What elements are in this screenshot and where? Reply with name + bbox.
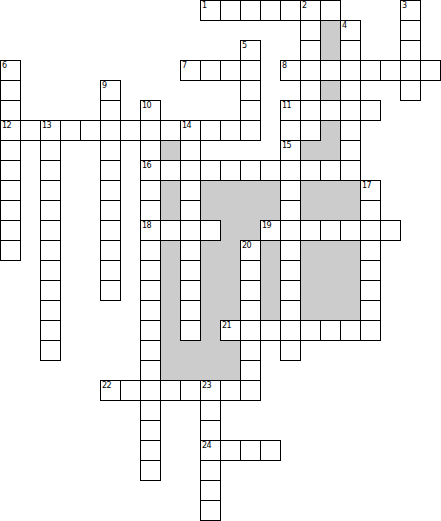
grid-cell[interactable]: 12 [0, 120, 21, 141]
grid-cell[interactable] [340, 220, 361, 241]
grid-cell[interactable]: 21 [220, 320, 241, 341]
shaded-region-cell [260, 280, 281, 301]
shaded-region-cell [320, 20, 341, 41]
grid-cell[interactable] [40, 260, 61, 281]
grid-cell[interactable] [360, 240, 381, 261]
shaded-region-cell [320, 140, 341, 161]
grid-cell[interactable] [140, 380, 161, 401]
grid-cell[interactable] [400, 40, 421, 61]
shaded-region-cell [160, 180, 181, 201]
grid-cell[interactable] [180, 160, 201, 181]
grid-cell[interactable] [180, 280, 201, 301]
grid-cell[interactable] [340, 80, 361, 101]
clue-number: 3 [402, 1, 407, 10]
shaded-region-cell [160, 260, 181, 281]
shaded-region-cell [240, 180, 261, 201]
grid-cell[interactable] [300, 20, 321, 41]
grid-cell[interactable] [360, 300, 381, 321]
grid-cell[interactable] [100, 100, 121, 121]
grid-cell[interactable]: 23 [200, 380, 221, 401]
clue-number: 24 [202, 441, 211, 450]
grid-cell[interactable] [340, 40, 361, 61]
grid-cell[interactable] [240, 300, 261, 321]
grid-cell[interactable] [360, 280, 381, 301]
grid-cell[interactable]: 7 [180, 60, 201, 81]
grid-cell[interactable] [160, 220, 181, 241]
grid-cell[interactable]: 4 [340, 20, 361, 41]
grid-cell[interactable] [200, 480, 221, 501]
grid-cell[interactable] [240, 260, 261, 281]
grid-cell[interactable]: 19 [260, 220, 281, 241]
grid-cell[interactable] [360, 60, 381, 81]
grid-cell[interactable] [300, 120, 321, 141]
grid-cell[interactable] [100, 200, 121, 221]
clue-number: 12 [2, 121, 11, 130]
grid-cell[interactable] [240, 160, 261, 181]
grid-cell[interactable] [40, 240, 61, 261]
grid-cell[interactable]: 9 [100, 80, 121, 101]
grid-cell[interactable] [300, 40, 321, 61]
clue-number: 8 [282, 61, 287, 70]
grid-cell[interactable] [0, 180, 21, 201]
grid-cell[interactable] [420, 60, 441, 81]
shaded-region-cell [320, 200, 341, 221]
clue-number: 14 [182, 121, 191, 130]
shaded-region-cell [160, 200, 181, 221]
grid-cell[interactable] [180, 240, 201, 261]
grid-cell[interactable] [260, 0, 281, 21]
grid-cell[interactable] [360, 100, 381, 121]
grid-cell[interactable] [220, 440, 241, 461]
clue-number: 22 [102, 381, 111, 390]
grid-cell[interactable] [380, 220, 401, 241]
page: 123456789101112131415161718192021222324 [0, 0, 441, 521]
grid-cell[interactable] [200, 400, 221, 421]
grid-cell[interactable] [200, 220, 221, 241]
grid-cell[interactable] [340, 120, 361, 141]
grid-cell[interactable] [240, 120, 261, 141]
shaded-region-cell [200, 360, 221, 381]
grid-cell[interactable] [340, 320, 361, 341]
shaded-region-cell [200, 340, 221, 361]
shaded-region-cell [340, 180, 361, 201]
grid-cell[interactable] [240, 360, 261, 381]
grid-cell[interactable]: 6 [0, 60, 21, 81]
grid-cell[interactable] [220, 380, 241, 401]
clue-number: 10 [142, 101, 151, 110]
grid-cell[interactable] [280, 240, 301, 261]
shaded-region-cell [220, 360, 241, 381]
grid-cell[interactable] [40, 160, 61, 181]
grid-cell[interactable] [160, 160, 181, 181]
clue-number: 16 [142, 161, 151, 170]
grid-cell[interactable] [260, 320, 281, 341]
shaded-region-cell [300, 260, 321, 281]
grid-cell[interactable] [300, 80, 321, 101]
shaded-region-cell [300, 180, 321, 201]
grid-cell[interactable] [340, 100, 361, 121]
shaded-region-cell [160, 340, 181, 361]
grid-cell[interactable] [140, 440, 161, 461]
grid-cell[interactable] [0, 160, 21, 181]
grid-cell[interactable]: 10 [140, 100, 161, 121]
grid-cell[interactable] [140, 460, 161, 481]
grid-cell[interactable] [380, 60, 401, 81]
grid-cell[interactable] [300, 320, 321, 341]
grid-cell[interactable] [0, 80, 21, 101]
grid-cell[interactable] [360, 220, 381, 241]
shaded-region-cell [200, 320, 221, 341]
shaded-region-cell [160, 240, 181, 261]
grid-cell[interactable] [280, 220, 301, 241]
shaded-region-cell [160, 140, 181, 161]
shaded-region-cell [340, 280, 361, 301]
grid-cell[interactable] [60, 120, 81, 141]
grid-cell[interactable] [300, 60, 321, 81]
shaded-region-cell [160, 280, 181, 301]
grid-cell[interactable] [300, 160, 321, 181]
grid-cell[interactable] [100, 260, 121, 281]
grid-cell[interactable] [240, 0, 261, 21]
grid-cell[interactable] [0, 240, 21, 261]
grid-cell[interactable] [280, 280, 301, 301]
clue-number: 11 [282, 101, 291, 110]
shaded-region-cell [200, 180, 221, 201]
shaded-region-cell [200, 280, 221, 301]
grid-cell[interactable] [100, 160, 121, 181]
grid-cell[interactable] [80, 120, 101, 141]
grid-cell[interactable] [240, 380, 261, 401]
clue-number: 9 [102, 81, 107, 90]
grid-cell[interactable] [140, 260, 161, 281]
clue-number: 6 [2, 61, 7, 70]
grid-cell[interactable] [140, 360, 161, 381]
grid-cell[interactable] [280, 180, 301, 201]
grid-cell[interactable] [240, 320, 261, 341]
grid-cell[interactable] [400, 80, 421, 101]
grid-cell[interactable] [340, 140, 361, 161]
grid-cell[interactable] [140, 120, 161, 141]
shaded-region-cell [220, 340, 241, 361]
grid-cell[interactable] [140, 400, 161, 421]
grid-cell[interactable] [240, 280, 261, 301]
grid-cell[interactable] [100, 120, 121, 141]
grid-cell[interactable] [40, 300, 61, 321]
grid-cell[interactable] [340, 160, 361, 181]
shaded-region-cell [200, 200, 221, 221]
grid-cell[interactable] [300, 220, 321, 241]
grid-cell[interactable] [100, 280, 121, 301]
grid-cell[interactable]: 22 [100, 380, 121, 401]
clue-number: 15 [282, 141, 291, 150]
grid-cell[interactable] [400, 60, 421, 81]
grid-cell[interactable] [40, 340, 61, 361]
shaded-region-cell [160, 320, 181, 341]
shaded-region-cell [220, 180, 241, 201]
grid-cell[interactable]: 2 [300, 0, 321, 21]
grid-cell[interactable] [260, 160, 281, 181]
shaded-region-cell [340, 260, 361, 281]
grid-cell[interactable] [200, 160, 221, 181]
grid-cell[interactable] [320, 60, 341, 81]
grid-cell[interactable] [300, 100, 321, 121]
grid-cell[interactable]: 1 [200, 0, 221, 21]
shaded-region-cell [320, 240, 341, 261]
grid-cell[interactable] [320, 320, 341, 341]
grid-cell[interactable]: 15 [280, 140, 301, 161]
shaded-region-cell [160, 300, 181, 321]
shaded-region-cell [220, 260, 241, 281]
crossword-board: 123456789101112131415161718192021222324 [0, 0, 441, 521]
grid-cell[interactable] [320, 220, 341, 241]
grid-cell[interactable] [280, 160, 301, 181]
clue-number: 4 [342, 21, 347, 30]
clue-number: 1 [202, 1, 207, 10]
grid-cell[interactable] [40, 200, 61, 221]
grid-cell[interactable] [200, 60, 221, 81]
grid-cell[interactable]: 14 [180, 120, 201, 141]
grid-cell[interactable] [100, 140, 121, 161]
grid-cell[interactable] [100, 180, 121, 201]
grid-cell[interactable]: 17 [360, 180, 381, 201]
shaded-region-cell [300, 140, 321, 161]
shaded-region-cell [340, 240, 361, 261]
shaded-region-cell [300, 240, 321, 261]
grid-cell[interactable] [240, 440, 261, 461]
clue-number: 19 [262, 221, 271, 230]
shaded-region-cell [260, 180, 281, 201]
grid-cell[interactable] [200, 500, 221, 521]
shaded-region-cell [320, 280, 341, 301]
shaded-region-cell [220, 200, 241, 221]
grid-cell[interactable] [0, 200, 21, 221]
shaded-region-cell [180, 360, 201, 381]
shaded-region-cell [320, 260, 341, 281]
shaded-region-cell [240, 220, 261, 241]
grid-cell[interactable]: 3 [400, 0, 421, 21]
shaded-region-cell [180, 340, 201, 361]
shaded-region-cell [320, 300, 341, 321]
grid-cell[interactable] [220, 160, 241, 181]
shaded-region-cell [220, 220, 241, 241]
grid-cell[interactable] [100, 240, 121, 261]
grid-cell[interactable]: 18 [140, 220, 161, 241]
grid-cell[interactable] [40, 280, 61, 301]
grid-cell[interactable] [320, 100, 341, 121]
grid-cell[interactable] [180, 140, 201, 161]
grid-cell[interactable]: 13 [40, 120, 61, 141]
grid-cell[interactable] [180, 380, 201, 401]
grid-cell[interactable] [220, 60, 241, 81]
grid-cell[interactable] [140, 200, 161, 221]
shaded-region-cell [320, 40, 341, 61]
grid-cell[interactable] [160, 120, 181, 141]
clue-number: 21 [222, 321, 231, 330]
shaded-region-cell [260, 260, 281, 281]
grid-cell[interactable] [340, 60, 361, 81]
grid-cell[interactable] [160, 380, 181, 401]
shaded-region-cell [340, 200, 361, 221]
grid-cell[interactable] [280, 260, 301, 281]
grid-cell[interactable] [180, 260, 201, 281]
grid-cell[interactable] [200, 460, 221, 481]
shaded-region-cell [260, 240, 281, 261]
shaded-region-cell [160, 360, 181, 381]
grid-cell[interactable] [140, 240, 161, 261]
grid-cell[interactable]: 24 [200, 440, 221, 461]
clue-number: 5 [242, 41, 247, 50]
clue-number: 23 [202, 381, 211, 390]
grid-cell[interactable] [140, 180, 161, 201]
grid-cell[interactable] [120, 120, 141, 141]
grid-cell[interactable] [360, 260, 381, 281]
grid-cell[interactable] [0, 220, 21, 241]
clue-number: 17 [362, 181, 371, 190]
shaded-region-cell [240, 200, 261, 221]
grid-cell[interactable] [140, 300, 161, 321]
grid-cell[interactable] [240, 340, 261, 361]
grid-cell[interactable] [180, 200, 201, 221]
grid-cell[interactable]: 8 [280, 60, 301, 81]
clue-number: 7 [182, 61, 187, 70]
grid-cell[interactable] [200, 420, 221, 441]
grid-cell[interactable] [140, 320, 161, 341]
grid-cell[interactable] [280, 0, 301, 21]
grid-cell[interactable] [240, 100, 261, 121]
clue-number: 13 [42, 121, 51, 130]
shaded-region-cell [300, 280, 321, 301]
shaded-region-cell [220, 240, 241, 261]
shaded-region-cell [260, 300, 281, 321]
grid-cell[interactable] [140, 340, 161, 361]
grid-cell[interactable] [140, 140, 161, 161]
grid-cell[interactable] [40, 220, 61, 241]
shaded-region-cell [320, 180, 341, 201]
grid-cell[interactable] [360, 200, 381, 221]
grid-cell[interactable] [180, 180, 201, 201]
grid-cell[interactable] [20, 120, 41, 141]
grid-cell[interactable] [220, 120, 241, 141]
grid-cell[interactable] [260, 440, 281, 461]
grid-cell[interactable]: 20 [240, 240, 261, 261]
grid-cell[interactable] [360, 320, 381, 341]
grid-cell[interactable] [280, 300, 301, 321]
grid-cell[interactable] [240, 60, 261, 81]
shaded-region-cell [200, 300, 221, 321]
grid-cell[interactable]: 5 [240, 40, 261, 61]
grid-cell[interactable] [320, 0, 341, 21]
grid-cell[interactable] [180, 220, 201, 241]
grid-cell[interactable] [200, 120, 221, 141]
grid-cell[interactable] [280, 340, 301, 361]
grid-cell[interactable] [100, 220, 121, 241]
grid-cell[interactable]: 16 [140, 160, 161, 181]
grid-cell[interactable] [220, 0, 241, 21]
shaded-region-cell [320, 120, 341, 141]
shaded-region-cell [220, 280, 241, 301]
grid-cell[interactable] [40, 320, 61, 341]
shaded-region-cell [300, 200, 321, 221]
grid-cell[interactable] [0, 140, 21, 161]
shaded-region-cell [320, 80, 341, 101]
grid-cell[interactable] [120, 380, 141, 401]
grid-cell[interactable]: 11 [280, 100, 301, 121]
grid-cell[interactable] [320, 160, 341, 181]
clue-number: 2 [302, 1, 307, 10]
grid-cell[interactable] [180, 300, 201, 321]
grid-cell[interactable] [280, 120, 301, 141]
shaded-region-cell [200, 240, 221, 261]
grid-cell[interactable] [140, 280, 161, 301]
grid-cell[interactable] [240, 80, 261, 101]
grid-cell[interactable] [280, 200, 301, 221]
grid-cell[interactable] [400, 20, 421, 41]
clue-number: 20 [242, 241, 251, 250]
grid-cell[interactable] [40, 180, 61, 201]
shaded-region-cell [300, 300, 321, 321]
shaded-region-cell [340, 300, 361, 321]
shaded-region-cell [260, 200, 281, 221]
grid-cell[interactable] [140, 420, 161, 441]
grid-cell[interactable] [0, 100, 21, 121]
grid-cell[interactable] [280, 320, 301, 341]
shaded-region-cell [220, 300, 241, 321]
grid-cell[interactable] [180, 320, 201, 341]
clue-number: 18 [142, 221, 151, 230]
grid-cell[interactable] [40, 140, 61, 161]
shaded-region-cell [200, 260, 221, 281]
